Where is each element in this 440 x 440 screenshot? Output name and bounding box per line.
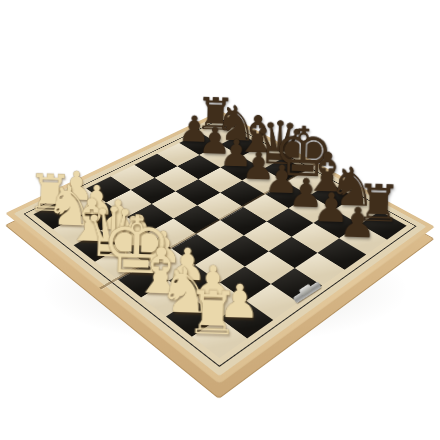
board-perspective-wrapper: ♜♞♝♛♚♝♞♜♟♟♟♟♟♟♟♟♟♟♟♟♟♟♟♟♜♞♝♛♚♝♞♜: [0, 0, 440, 440]
scene: ♜♞♝♛♚♝♞♜♟♟♟♟♟♟♟♟♟♟♟♟♟♟♟♟♜♞♝♛♚♝♞♜: [0, 0, 440, 440]
chess-board: ♜♞♝♛♚♝♞♜♟♟♟♟♟♟♟♟♟♟♟♟♟♟♟♟♜♞♝♛♚♝♞♜: [5, 111, 435, 384]
photo-background: ♜♞♝♛♚♝♞♜♟♟♟♟♟♟♟♟♟♟♟♟♟♟♟♟♜♞♝♛♚♝♞♜: [0, 0, 440, 440]
